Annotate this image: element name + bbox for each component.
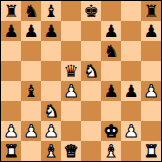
square-c5[interactable] [41,61,61,81]
white-bishop: ♝ [43,141,58,161]
white-king: ♚ [103,121,118,141]
square-d3[interactable] [61,101,81,121]
white-knight: ♞ [43,101,58,121]
black-king: ♚ [83,1,98,21]
square-f8[interactable] [101,1,121,21]
square-h4[interactable]: ♟ [141,81,161,101]
square-c6[interactable] [41,41,61,61]
black-rook: ♜ [3,1,18,21]
square-a5[interactable] [1,61,21,81]
white-bishop: ♝ [103,141,118,161]
square-c3[interactable]: ♞ [41,101,61,121]
white-knight: ♞ [83,61,98,81]
white-pawn: ♟ [143,81,158,101]
white-pawn: ♟ [23,121,38,141]
square-a2[interactable]: ♟ [1,121,21,141]
square-f1[interactable]: ♝ [101,141,121,161]
square-c2[interactable]: ♟ [41,121,61,141]
square-a7[interactable]: ♟ [1,21,21,41]
square-g1[interactable] [121,141,141,161]
square-d2[interactable] [61,121,81,141]
square-h3[interactable] [141,101,161,121]
square-d7[interactable] [61,21,81,41]
square-h8[interactable]: ♜ [141,1,161,21]
square-a3[interactable] [1,101,21,121]
square-e7[interactable] [81,21,101,41]
black-pawn: ♟ [103,81,118,101]
square-g2[interactable]: ♟ [121,121,141,141]
square-e3[interactable] [81,101,101,121]
square-b7[interactable]: ♟ [21,21,41,41]
white-pawn: ♟ [63,81,78,101]
white-rook: ♜ [143,141,158,161]
square-b1[interactable] [21,141,41,161]
square-c1[interactable]: ♝ [41,141,61,161]
square-g3[interactable] [121,101,141,121]
square-e8[interactable]: ♚ [81,1,101,21]
square-f2[interactable]: ♚ [101,121,121,141]
black-bishop: ♝ [43,1,58,21]
square-a1[interactable]: ♜ [1,141,21,161]
square-d4[interactable]: ♟ [61,81,81,101]
square-f4[interactable]: ♟ [101,81,121,101]
white-rook: ♜ [3,141,18,161]
square-g8[interactable] [121,1,141,21]
square-f5[interactable] [101,61,121,81]
square-e1[interactable] [81,141,101,161]
square-h2[interactable] [141,121,161,141]
square-h1[interactable]: ♜ [141,141,161,161]
black-rook: ♜ [143,1,158,21]
black-bishop: ♝ [23,81,38,101]
square-d6[interactable] [61,41,81,61]
square-b6[interactable] [21,41,41,61]
black-pawn: ♟ [23,21,38,41]
black-knight: ♞ [23,1,38,21]
square-b5[interactable] [21,61,41,81]
white-pawn: ♟ [43,121,58,141]
square-e6[interactable] [81,41,101,61]
square-a4[interactable] [1,81,21,101]
square-d1[interactable]: ♛ [61,141,81,161]
square-h7[interactable]: ♟ [141,21,161,41]
black-queen: ♛ [63,61,78,81]
square-e4[interactable] [81,81,101,101]
white-queen: ♛ [63,141,78,161]
square-a6[interactable] [1,41,21,61]
black-pawn: ♟ [3,21,18,41]
square-e5[interactable]: ♞ [81,61,101,81]
square-f3[interactable] [101,101,121,121]
chess-board: ♜♞♝♚♜♟♟♟♟♟♞♛♞♝♟♟♟♟♞♟♟♟♚♟♜♝♛♝♜ [0,0,162,162]
square-g6[interactable] [121,41,141,61]
square-e2[interactable] [81,121,101,141]
square-g5[interactable] [121,61,141,81]
black-pawn: ♟ [123,81,138,101]
black-pawn: ♟ [103,21,118,41]
black-pawn: ♟ [43,21,58,41]
square-f7[interactable]: ♟ [101,21,121,41]
square-c7[interactable]: ♟ [41,21,61,41]
square-h5[interactable] [141,61,161,81]
white-pawn: ♟ [3,121,18,141]
white-pawn: ♟ [123,121,138,141]
square-c8[interactable]: ♝ [41,1,61,21]
square-c4[interactable] [41,81,61,101]
square-h6[interactable] [141,41,161,61]
square-d8[interactable] [61,1,81,21]
square-f6[interactable]: ♞ [101,41,121,61]
square-b2[interactable]: ♟ [21,121,41,141]
square-b4[interactable]: ♝ [21,81,41,101]
square-b8[interactable]: ♞ [21,1,41,21]
square-b3[interactable] [21,101,41,121]
square-g4[interactable]: ♟ [121,81,141,101]
square-d5[interactable]: ♛ [61,61,81,81]
black-knight: ♞ [103,41,118,61]
black-pawn: ♟ [143,21,158,41]
square-a8[interactable]: ♜ [1,1,21,21]
square-g7[interactable] [121,21,141,41]
